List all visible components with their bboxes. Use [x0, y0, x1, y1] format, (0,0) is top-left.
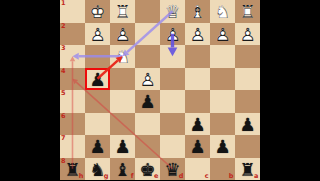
square-e5[interactable]: ♟: [135, 90, 160, 113]
square-a1[interactable]: ♜♖: [235, 0, 260, 23]
square-h7[interactable]: 7: [60, 135, 85, 158]
square-c7[interactable]: ♟: [185, 135, 210, 158]
piece-white-queen-d1[interactable]: ♛♕: [160, 0, 185, 23]
square-b1[interactable]: ♞♘: [210, 0, 235, 23]
piece-white-knight-f3[interactable]: ♞♘: [110, 45, 135, 68]
white-piece-outline: ♖: [235, 0, 260, 23]
square-h1[interactable]: 1: [60, 0, 85, 23]
piece-white-pawn-c2[interactable]: ♟♙: [185, 23, 210, 46]
square-f2[interactable]: ♟♙: [110, 23, 135, 46]
piece-black-pawn-a6[interactable]: ♟: [235, 113, 260, 136]
piece-white-pawn-a2[interactable]: ♟♙: [235, 23, 260, 46]
rank-label-4: 4: [61, 68, 66, 75]
square-d5[interactable]: [160, 90, 185, 113]
file-label-b: b: [229, 173, 234, 180]
piece-black-pawn-f7[interactable]: ♟: [110, 135, 135, 158]
letterbox-left: [0, 0, 60, 180]
square-f8[interactable]: f♝: [110, 158, 135, 181]
square-h4[interactable]: 4: [60, 68, 85, 91]
square-b2[interactable]: ♟♙: [210, 23, 235, 46]
white-piece-outline: ♙: [110, 23, 135, 46]
rank-label-5: 5: [61, 90, 66, 97]
square-e2[interactable]: [135, 23, 160, 46]
piece-white-pawn-f2[interactable]: ♟♙: [110, 23, 135, 46]
piece-black-pawn-b7[interactable]: ♟: [210, 135, 235, 158]
piece-black-pawn-g7[interactable]: ♟: [85, 135, 110, 158]
white-piece-outline: ♙: [235, 23, 260, 46]
square-e7[interactable]: [135, 135, 160, 158]
square-e3[interactable]: [135, 45, 160, 68]
square-c6[interactable]: ♟: [185, 113, 210, 136]
white-piece-outline: ♕: [160, 0, 185, 23]
black-piece-glyph: ♟: [235, 113, 260, 136]
rank-label-3: 3: [61, 45, 66, 52]
piece-white-bishop-c1[interactable]: ♝♗: [185, 0, 210, 23]
square-f3[interactable]: ♞♘: [110, 45, 135, 68]
piece-white-king-g1[interactable]: ♚♔: [85, 0, 110, 23]
square-h5[interactable]: 5: [60, 90, 85, 113]
white-piece-outline: ♘: [210, 0, 235, 23]
square-c5[interactable]: [185, 90, 210, 113]
square-b6[interactable]: [210, 113, 235, 136]
square-g1[interactable]: ♚♔: [85, 0, 110, 23]
piece-white-pawn-b2[interactable]: ♟♙: [210, 23, 235, 46]
file-label-d: d: [179, 173, 184, 180]
square-f1[interactable]: ♜♖: [110, 0, 135, 23]
piece-black-pawn-c6[interactable]: ♟: [185, 113, 210, 136]
rank-label-1: 1: [61, 0, 66, 7]
square-c8[interactable]: c: [185, 158, 210, 181]
square-f7[interactable]: ♟: [110, 135, 135, 158]
black-piece-glyph: ♟: [210, 135, 235, 158]
black-piece-glyph: ♟: [85, 68, 110, 91]
square-e8[interactable]: e♚: [135, 158, 160, 181]
white-piece-outline: ♙: [85, 23, 110, 46]
file-label-h: h: [79, 173, 84, 180]
square-a4[interactable]: [235, 68, 260, 91]
square-f4[interactable]: [110, 68, 135, 91]
square-g5[interactable]: [85, 90, 110, 113]
square-h6[interactable]: 6: [60, 113, 85, 136]
white-piece-outline: ♙: [160, 23, 185, 46]
square-c2[interactable]: ♟♙: [185, 23, 210, 46]
piece-black-pawn-c7[interactable]: ♟: [185, 135, 210, 158]
square-c4[interactable]: [185, 68, 210, 91]
square-d2[interactable]: ♟♙: [160, 23, 185, 46]
piece-white-knight-b1[interactable]: ♞♘: [210, 0, 235, 23]
rank-label-6: 6: [61, 113, 66, 120]
square-e6[interactable]: [135, 113, 160, 136]
white-piece-outline: ♙: [210, 23, 235, 46]
rank-label-2: 2: [61, 23, 66, 30]
white-piece-outline: ♔: [85, 0, 110, 23]
rank-label-7: 7: [61, 135, 66, 142]
file-label-c: c: [205, 173, 209, 180]
file-label-g: g: [104, 173, 109, 180]
white-piece-outline: ♘: [110, 45, 135, 68]
white-piece-outline: ♗: [185, 0, 210, 23]
black-piece-glyph: ♟: [185, 135, 210, 158]
piece-black-pawn-g4[interactable]: ♟: [85, 68, 110, 91]
square-h3[interactable]: 3: [60, 45, 85, 68]
square-a7[interactable]: [235, 135, 260, 158]
square-c3[interactable]: [185, 45, 210, 68]
file-label-f: f: [131, 173, 134, 180]
file-label-e: e: [154, 173, 158, 180]
square-b8[interactable]: b: [210, 158, 235, 181]
square-g2[interactable]: ♟♙: [85, 23, 110, 46]
black-piece-glyph: ♟: [185, 113, 210, 136]
square-e4[interactable]: ♟♙: [135, 68, 160, 91]
square-a2[interactable]: ♟♙: [235, 23, 260, 46]
black-piece-glyph: ♟: [85, 135, 110, 158]
piece-white-rook-f1[interactable]: ♜♖: [110, 0, 135, 23]
white-piece-outline: ♙: [185, 23, 210, 46]
square-a3[interactable]: [235, 45, 260, 68]
letterbox-right: [260, 0, 320, 180]
video-frame: 1♚♔♜♖♛♕♝♗♞♘♜♖2♟♙♟♙♟♙♟♙♟♙♟♙3♞♘4♟♟♙5♟6♟♟7♟…: [0, 0, 320, 180]
square-d4[interactable]: [160, 68, 185, 91]
square-b4[interactable]: [210, 68, 235, 91]
square-b3[interactable]: [210, 45, 235, 68]
square-a5[interactable]: [235, 90, 260, 113]
square-f6[interactable]: [110, 113, 135, 136]
square-h8[interactable]: 8h♜: [60, 158, 85, 181]
square-d6[interactable]: [160, 113, 185, 136]
piece-white-pawn-d2[interactable]: ♟♙: [160, 23, 185, 46]
rank-label-8: 8: [61, 158, 66, 165]
square-a6[interactable]: ♟: [235, 113, 260, 136]
black-piece-glyph: ♟: [110, 135, 135, 158]
piece-white-rook-a1[interactable]: ♜♖: [235, 0, 260, 23]
square-d7[interactable]: [160, 135, 185, 158]
white-piece-outline: ♙: [135, 68, 160, 91]
square-c1[interactable]: ♝♗: [185, 0, 210, 23]
chess-board: 1♚♔♜♖♛♕♝♗♞♘♜♖2♟♙♟♙♟♙♟♙♟♙♟♙3♞♘4♟♟♙5♟6♟♟7♟…: [60, 0, 260, 180]
black-piece-glyph: ♟: [135, 90, 160, 113]
square-d8[interactable]: d♛: [160, 158, 185, 181]
square-b5[interactable]: [210, 90, 235, 113]
white-piece-outline: ♖: [110, 0, 135, 23]
piece-white-pawn-g2[interactable]: ♟♙: [85, 23, 110, 46]
square-d3[interactable]: [160, 45, 185, 68]
square-d1[interactable]: ♛♕: [160, 0, 185, 23]
square-f5[interactable]: [110, 90, 135, 113]
square-g7[interactable]: ♟: [85, 135, 110, 158]
square-a8[interactable]: a♜: [235, 158, 260, 181]
square-g8[interactable]: g♞: [85, 158, 110, 181]
file-label-a: a: [254, 173, 258, 180]
square-h2[interactable]: 2: [60, 23, 85, 46]
square-b7[interactable]: ♟: [210, 135, 235, 158]
piece-white-pawn-e4[interactable]: ♟♙: [135, 68, 160, 91]
square-g6[interactable]: [85, 113, 110, 136]
square-g4[interactable]: ♟: [85, 68, 110, 91]
square-e1[interactable]: [135, 0, 160, 23]
square-g3[interactable]: [85, 45, 110, 68]
piece-black-pawn-e5[interactable]: ♟: [135, 90, 160, 113]
